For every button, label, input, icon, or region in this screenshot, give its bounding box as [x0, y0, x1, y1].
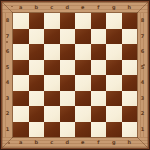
- square-a4[interactable]: [13, 75, 29, 91]
- square-f2[interactable]: [91, 106, 107, 122]
- square-h1[interactable]: [122, 122, 138, 138]
- square-d3[interactable]: [60, 91, 76, 107]
- square-a6[interactable]: [13, 44, 29, 60]
- square-g7[interactable]: [106, 29, 122, 45]
- rank-labels-right: 87654321: [138, 13, 148, 137]
- rank-label-5: 5: [138, 60, 148, 76]
- square-c6[interactable]: [44, 44, 60, 60]
- square-b4[interactable]: [29, 75, 45, 91]
- file-label-d: d: [60, 138, 76, 148]
- square-c2[interactable]: [44, 106, 60, 122]
- file-label-f: f: [91, 3, 107, 13]
- square-h5[interactable]: [122, 60, 138, 76]
- square-e6[interactable]: [75, 44, 91, 60]
- square-f3[interactable]: [91, 91, 107, 107]
- square-h6[interactable]: [122, 44, 138, 60]
- square-d2[interactable]: [60, 106, 76, 122]
- file-label-c: c: [44, 138, 60, 148]
- rank-label-8: 8: [138, 13, 148, 29]
- frame-mitre-top-left: [2, 2, 13, 13]
- square-e3[interactable]: [75, 91, 91, 107]
- square-f1[interactable]: [91, 122, 107, 138]
- square-h4[interactable]: [122, 75, 138, 91]
- board-frame: abcdefgh abcdefgh 87654321 87654321: [2, 2, 148, 148]
- square-a2[interactable]: [13, 106, 29, 122]
- square-h2[interactable]: [122, 106, 138, 122]
- file-label-h: h: [122, 138, 138, 148]
- file-label-g: g: [106, 138, 122, 148]
- square-d1[interactable]: [60, 122, 76, 138]
- rank-label-1: 1: [3, 122, 13, 138]
- square-d6[interactable]: [60, 44, 76, 60]
- square-c4[interactable]: [44, 75, 60, 91]
- square-c1[interactable]: [44, 122, 60, 138]
- square-g6[interactable]: [106, 44, 122, 60]
- frame-mitre-bottom-left: [2, 137, 13, 148]
- square-c5[interactable]: [44, 60, 60, 76]
- file-label-c: c: [44, 3, 60, 13]
- chessboard: abcdefgh abcdefgh 87654321 87654321: [0, 0, 150, 150]
- square-f7[interactable]: [91, 29, 107, 45]
- square-d4[interactable]: [60, 75, 76, 91]
- board-squares: [13, 13, 137, 137]
- rank-label-7: 7: [3, 29, 13, 45]
- square-b2[interactable]: [29, 106, 45, 122]
- square-e5[interactable]: [75, 60, 91, 76]
- square-a5[interactable]: [13, 60, 29, 76]
- square-a3[interactable]: [13, 91, 29, 107]
- frame-mitre-bottom-right: [137, 137, 148, 148]
- file-labels-bottom: abcdefgh: [13, 138, 137, 148]
- square-b8[interactable]: [29, 13, 45, 29]
- square-d7[interactable]: [60, 29, 76, 45]
- square-e2[interactable]: [75, 106, 91, 122]
- square-d8[interactable]: [60, 13, 76, 29]
- rank-label-2: 2: [3, 106, 13, 122]
- square-e7[interactable]: [75, 29, 91, 45]
- file-labels-top: abcdefgh: [13, 3, 137, 13]
- square-b7[interactable]: [29, 29, 45, 45]
- square-d5[interactable]: [60, 60, 76, 76]
- file-label-e: e: [75, 138, 91, 148]
- square-f8[interactable]: [91, 13, 107, 29]
- file-label-f: f: [91, 138, 107, 148]
- file-label-b: b: [29, 3, 45, 13]
- rank-label-8: 8: [3, 13, 13, 29]
- square-g4[interactable]: [106, 75, 122, 91]
- square-e1[interactable]: [75, 122, 91, 138]
- wood-knot: [8, 142, 10, 144]
- square-f6[interactable]: [91, 44, 107, 60]
- square-c8[interactable]: [44, 13, 60, 29]
- square-b1[interactable]: [29, 122, 45, 138]
- file-label-b: b: [29, 138, 45, 148]
- square-a8[interactable]: [13, 13, 29, 29]
- square-e4[interactable]: [75, 75, 91, 91]
- square-a7[interactable]: [13, 29, 29, 45]
- square-g5[interactable]: [106, 60, 122, 76]
- rank-label-6: 6: [138, 44, 148, 60]
- file-label-h: h: [122, 3, 138, 13]
- square-g1[interactable]: [106, 122, 122, 138]
- square-a1[interactable]: [13, 122, 29, 138]
- square-f4[interactable]: [91, 75, 107, 91]
- rank-label-7: 7: [138, 29, 148, 45]
- rank-label-4: 4: [138, 75, 148, 91]
- square-h3[interactable]: [122, 91, 138, 107]
- rank-label-3: 3: [3, 91, 13, 107]
- square-g2[interactable]: [106, 106, 122, 122]
- square-h8[interactable]: [122, 13, 138, 29]
- rank-label-5: 5: [3, 60, 13, 76]
- file-label-a: a: [13, 138, 29, 148]
- rank-label-3: 3: [138, 91, 148, 107]
- square-b5[interactable]: [29, 60, 45, 76]
- square-c3[interactable]: [44, 91, 60, 107]
- file-label-g: g: [106, 3, 122, 13]
- square-g8[interactable]: [106, 13, 122, 29]
- file-label-e: e: [75, 3, 91, 13]
- rank-labels-left: 87654321: [3, 13, 13, 137]
- square-b3[interactable]: [29, 91, 45, 107]
- rank-label-1: 1: [138, 122, 148, 138]
- square-c7[interactable]: [44, 29, 60, 45]
- square-e8[interactable]: [75, 13, 91, 29]
- square-b6[interactable]: [29, 44, 45, 60]
- square-g3[interactable]: [106, 91, 122, 107]
- file-label-d: d: [60, 3, 76, 13]
- rank-label-4: 4: [3, 75, 13, 91]
- square-f5[interactable]: [91, 60, 107, 76]
- frame-mitre-top-right: [137, 2, 148, 13]
- rank-label-6: 6: [3, 44, 13, 60]
- square-h7[interactable]: [122, 29, 138, 45]
- rank-label-2: 2: [138, 106, 148, 122]
- file-label-a: a: [13, 3, 29, 13]
